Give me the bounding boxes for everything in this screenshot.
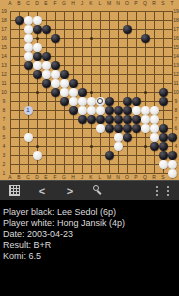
black-stone-G12 <box>60 70 69 79</box>
white-stone-E12 <box>42 70 51 79</box>
hoshi-point <box>144 145 147 148</box>
coord-top-label: T <box>168 1 177 6</box>
coord-top-label: J <box>78 1 87 6</box>
coord-top-label: E <box>42 1 51 6</box>
coord-right-label: 4 <box>172 144 179 149</box>
white-stone-Q8 <box>141 106 150 115</box>
coord-right-label: 13 <box>172 63 179 68</box>
toolbar: < > <box>0 180 179 200</box>
coord-top-label: R <box>150 1 159 6</box>
coord-right-label: 12 <box>172 72 179 77</box>
search-icon <box>93 185 104 196</box>
black-stone-E11 <box>42 79 51 88</box>
menu-dots-icon[interactable] <box>156 186 158 196</box>
white-stone-D3 <box>33 151 42 160</box>
coord-right-label: 8 <box>172 108 179 113</box>
coord-right-label: 18 <box>172 18 179 23</box>
hoshi-point <box>36 145 39 148</box>
coord-top-label: H <box>69 1 78 6</box>
coord-left-label: 3 <box>0 153 8 158</box>
white-stone-H9 <box>69 97 78 106</box>
black-stone-E17 <box>42 25 51 34</box>
coord-top-label: K <box>87 1 96 6</box>
white-stone-F11 <box>51 79 60 88</box>
coord-top-label: D <box>33 1 42 6</box>
coord-left-label: 1 <box>0 171 8 176</box>
white-stone-Q6 <box>141 124 150 133</box>
hoshi-point <box>36 37 39 40</box>
coord-top-label: Q <box>141 1 150 6</box>
black-stone-L7 <box>96 115 105 124</box>
white-stone-L8 <box>96 106 105 115</box>
white-stone-P8 <box>132 106 141 115</box>
coord-right-label: 19 <box>172 9 179 14</box>
white-stone-J8 <box>78 106 87 115</box>
coord-top-label: N <box>114 1 123 6</box>
go-app-screen: AABBCCDDEEFFGGHHJJKKLLMMNNOOPPQQRRSSTT19… <box>0 0 179 296</box>
white-stone-R6 <box>150 124 159 133</box>
prev-move-button[interactable]: < <box>28 182 56 200</box>
white-stone-L6 <box>96 124 105 133</box>
last-move-marker <box>97 98 103 104</box>
black-stone-K7 <box>87 115 96 124</box>
black-stone-O17 <box>123 25 132 34</box>
white-stone-G11 <box>60 79 69 88</box>
black-stone-O5 <box>123 133 132 142</box>
coord-right-label: 17 <box>172 27 179 32</box>
white-stone-K8 <box>87 106 96 115</box>
coord-right-label: 15 <box>172 45 179 50</box>
coord-top-label: F <box>51 1 60 6</box>
white-stone-E13 <box>42 61 51 70</box>
menu-dots-icon-2[interactable] <box>167 186 169 196</box>
white-stone-N5 <box>114 133 123 142</box>
black-stone-N8 <box>114 106 123 115</box>
black-stone-P9 <box>132 97 141 106</box>
black-stone-S9 <box>159 97 168 106</box>
black-stone-T3 <box>168 151 177 160</box>
black-stone-S3 <box>159 151 168 160</box>
coord-top-label: L <box>96 1 105 6</box>
white-stone-C16 <box>24 34 33 43</box>
white-stone-F12 <box>51 70 60 79</box>
hoshi-point <box>90 145 93 148</box>
black-stone-T5 <box>168 133 177 142</box>
white-stone-J9 <box>78 97 87 106</box>
black-stone-D12 <box>33 70 42 79</box>
coord-top-label: S <box>159 1 168 6</box>
white-stone-G10 <box>60 88 69 97</box>
game-info-panel: Player black: Lee Sedol (6p) Player whit… <box>0 200 179 296</box>
white-stone-T1 <box>168 169 177 178</box>
board-view-button[interactable] <box>0 182 28 200</box>
coord-top-label: P <box>132 1 141 6</box>
coord-right-label: 14 <box>172 54 179 59</box>
coord-left-label: 10 <box>0 90 8 95</box>
black-stone-O7 <box>123 115 132 124</box>
coord-left-label: 8 <box>0 108 8 113</box>
white-stone-D15 <box>33 43 42 52</box>
coord-right-label: 10 <box>172 90 179 95</box>
black-stone-M8 <box>105 106 114 115</box>
white-stone-C18 <box>24 16 33 25</box>
white-stone-C14 <box>24 52 33 61</box>
white-stone-K9 <box>87 97 96 106</box>
black-stone-N6 <box>114 124 123 133</box>
hoshi-point <box>90 91 93 94</box>
coord-top-label: G <box>60 1 69 6</box>
search-button[interactable] <box>84 182 112 200</box>
coord-left-label: 16 <box>0 36 8 41</box>
hoshi-point <box>36 91 39 94</box>
white-stone-D13 <box>33 61 42 70</box>
coord-left-label: 13 <box>0 63 8 68</box>
black-stone-F16 <box>51 34 60 43</box>
toolbar-right-group <box>156 186 179 196</box>
prev-move-icon: < <box>39 185 45 197</box>
coord-left-label: 18 <box>0 18 8 23</box>
coord-left-label: 9 <box>0 99 8 104</box>
coord-left-label: 2 <box>0 162 8 167</box>
black-stone-M6 <box>105 124 114 133</box>
coord-left-label: 12 <box>0 72 8 77</box>
player-white-line: Player white: Hong Jansik (4p) <box>3 218 179 229</box>
black-stone-D14 <box>33 52 42 61</box>
coord-right-label: 9 <box>172 99 179 104</box>
result-line: Result: B+R <box>3 240 179 251</box>
coord-left-label: 14 <box>0 54 8 59</box>
black-stone-M7 <box>105 115 114 124</box>
black-stone-O8 <box>123 106 132 115</box>
board-grid-icon <box>9 185 20 196</box>
black-stone-E14 <box>42 52 51 61</box>
coord-top-label: C <box>24 1 33 6</box>
white-stone-C5 <box>24 133 33 142</box>
black-stone-M3 <box>105 151 114 160</box>
coord-left-label: 19 <box>0 9 8 14</box>
black-stone-Q16 <box>141 34 150 43</box>
black-stone-H11 <box>69 79 78 88</box>
black-stone-O6 <box>123 124 132 133</box>
coord-left-label: 17 <box>0 27 8 32</box>
player-black-line: Player black: Lee Sedol (6p) <box>3 207 179 218</box>
black-stone-G9 <box>60 97 69 106</box>
black-stone-N7 <box>114 115 123 124</box>
black-stone-R4 <box>150 142 159 151</box>
black-stone-F10 <box>51 88 60 97</box>
coord-left-label: 6 <box>0 126 8 131</box>
go-board[interactable]: AABBCCDDEEFFGGHHJJKKLLMMNNOOPPQQRRSSTT19… <box>0 0 179 180</box>
white-stone-C17 <box>24 25 33 34</box>
black-stone-S5 <box>159 133 168 142</box>
black-stone-S10 <box>159 88 168 97</box>
coord-left-label: 11 <box>0 81 8 86</box>
black-stone-M9 <box>105 97 114 106</box>
coord-top-label: B <box>15 1 24 6</box>
white-stone-R8 <box>150 106 159 115</box>
black-stone-S4 <box>159 142 168 151</box>
white-stone-T2 <box>168 160 177 169</box>
white-stone-Q7 <box>141 115 150 124</box>
coord-right-label: 7 <box>172 117 179 122</box>
komi-line: Komi: 6.5 <box>3 251 179 262</box>
next-move-icon: > <box>67 185 73 197</box>
black-stone-J10 <box>78 88 87 97</box>
black-stone-S6 <box>159 124 168 133</box>
coord-top-label: O <box>123 1 132 6</box>
black-stone-H8 <box>69 106 78 115</box>
black-stone-P7 <box>132 115 141 124</box>
coord-right-label: 11 <box>172 81 179 86</box>
coord-top-label: A <box>6 1 15 6</box>
coord-left-label: 7 <box>0 117 8 122</box>
black-stone-B18 <box>15 16 24 25</box>
black-stone-J7 <box>78 115 87 124</box>
next-move-button[interactable]: > <box>56 182 84 200</box>
coord-left-label: 5 <box>0 135 8 140</box>
hoshi-point <box>90 37 93 40</box>
white-stone-R5 <box>150 133 159 142</box>
date-line: Date: 2003-04-23 <box>3 229 179 240</box>
white-stone-S2 <box>159 160 168 169</box>
black-stone-P6 <box>132 124 141 133</box>
white-stone-C15 <box>24 43 33 52</box>
white-stone-N4 <box>114 142 123 151</box>
coord-top-label: M <box>105 1 114 6</box>
white-stone-R7 <box>150 115 159 124</box>
coord-left-label: 4 <box>0 144 8 149</box>
coord-right-label: 6 <box>172 126 179 131</box>
black-stone-O9 <box>123 97 132 106</box>
black-stone-C13 <box>24 61 33 70</box>
numbered-point-label: 1 <box>24 106 33 115</box>
coord-left-label: 15 <box>0 45 8 50</box>
white-stone-D18 <box>33 16 42 25</box>
coord-right-label: 16 <box>172 36 179 41</box>
hoshi-point <box>144 91 147 94</box>
black-stone-F13 <box>51 61 60 70</box>
black-stone-D17 <box>33 25 42 34</box>
white-stone-H10 <box>69 88 78 97</box>
